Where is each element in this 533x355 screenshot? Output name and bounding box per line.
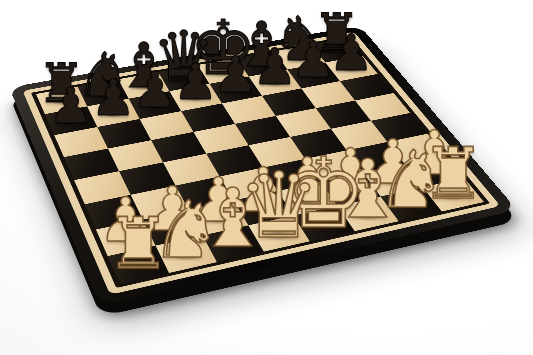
black-p-glyph: ♟ [173, 57, 218, 107]
pieces-layer: ♜♞♝♛♚♝♞♜♟♟♟♟♟♟♟♟♟♟♟♟♟♟♟♟♜♞♝♛♚♝♞♜ [0, 0, 533, 355]
white-r-glyph: ♜ [106, 208, 170, 279]
black-p-glyph: ♟ [252, 42, 297, 92]
black-p-glyph: ♟ [213, 50, 258, 100]
black-p-glyph: ♟ [49, 81, 94, 131]
black-p-glyph: ♟ [291, 35, 336, 85]
chess-set-photo: ♜♞♝♛♚♝♞♜♟♟♟♟♟♟♟♟♟♟♟♟♟♟♟♟♜♞♝♛♚♝♞♜ [0, 0, 533, 355]
black-p-glyph: ♟ [91, 73, 136, 123]
black-p-glyph: ♟ [132, 65, 177, 115]
